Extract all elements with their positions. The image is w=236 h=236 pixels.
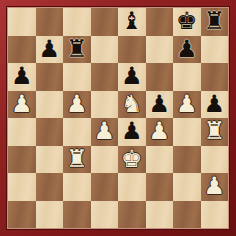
square-d6[interactable] <box>91 63 119 91</box>
piece-white-pawn-d4[interactable]: ♟ <box>93 118 115 145</box>
square-f7[interactable] <box>146 36 174 64</box>
square-h6[interactable] <box>201 63 229 91</box>
piece-white-pawn-f4[interactable]: ♟ <box>148 118 170 145</box>
square-h3[interactable] <box>201 146 229 174</box>
square-d5[interactable] <box>91 91 119 119</box>
square-g2[interactable] <box>173 173 201 201</box>
piece-black-bishop-e8[interactable]: ♝ <box>121 8 143 35</box>
square-e6[interactable]: ♟ <box>118 63 146 91</box>
piece-white-pawn-a5[interactable]: ♟ <box>11 91 33 118</box>
piece-white-pawn-c5[interactable]: ♟ <box>66 91 88 118</box>
square-a4[interactable] <box>8 118 36 146</box>
square-b1[interactable] <box>36 201 64 229</box>
square-c6[interactable] <box>63 63 91 91</box>
square-c7[interactable]: ♜ <box>63 36 91 64</box>
square-e1[interactable] <box>118 201 146 229</box>
square-a5[interactable]: ♟ <box>8 91 36 119</box>
chess-board: ♝♚♜♟♜♟♟♟♟♟♞♟♟♟♟♟♟♜♜♚♟ <box>8 8 228 228</box>
piece-white-rook-h4[interactable]: ♜ <box>203 118 225 145</box>
square-b3[interactable] <box>36 146 64 174</box>
square-e2[interactable] <box>118 173 146 201</box>
square-h5[interactable]: ♟ <box>201 91 229 119</box>
square-d7[interactable] <box>91 36 119 64</box>
square-g7[interactable]: ♟ <box>173 36 201 64</box>
piece-white-knight-e5[interactable]: ♞ <box>121 91 143 118</box>
square-c8[interactable] <box>63 8 91 36</box>
piece-black-rook-c7[interactable]: ♜ <box>66 36 88 63</box>
piece-white-king-e3[interactable]: ♚ <box>121 146 143 173</box>
square-a8[interactable] <box>8 8 36 36</box>
square-b2[interactable] <box>36 173 64 201</box>
square-f4[interactable]: ♟ <box>146 118 174 146</box>
square-f5[interactable]: ♟ <box>146 91 174 119</box>
square-b6[interactable] <box>36 63 64 91</box>
piece-black-pawn-e4[interactable]: ♟ <box>121 118 143 145</box>
piece-black-pawn-a6[interactable]: ♟ <box>11 63 33 90</box>
square-h4[interactable]: ♜ <box>201 118 229 146</box>
square-b5[interactable] <box>36 91 64 119</box>
square-d4[interactable]: ♟ <box>91 118 119 146</box>
square-d2[interactable] <box>91 173 119 201</box>
square-e7[interactable] <box>118 36 146 64</box>
square-b7[interactable]: ♟ <box>36 36 64 64</box>
square-a7[interactable] <box>8 36 36 64</box>
square-a6[interactable]: ♟ <box>8 63 36 91</box>
square-d8[interactable] <box>91 8 119 36</box>
square-f3[interactable] <box>146 146 174 174</box>
square-e3[interactable]: ♚ <box>118 146 146 174</box>
square-b4[interactable] <box>36 118 64 146</box>
piece-white-pawn-g5[interactable]: ♟ <box>176 91 198 118</box>
square-d3[interactable] <box>91 146 119 174</box>
square-c4[interactable] <box>63 118 91 146</box>
square-e5[interactable]: ♞ <box>118 91 146 119</box>
square-d1[interactable] <box>91 201 119 229</box>
square-a1[interactable] <box>8 201 36 229</box>
piece-white-pawn-h2[interactable]: ♟ <box>203 173 225 200</box>
piece-black-pawn-f5[interactable]: ♟ <box>148 91 170 118</box>
piece-white-rook-c3[interactable]: ♜ <box>66 146 88 173</box>
square-c1[interactable] <box>63 201 91 229</box>
square-h2[interactable]: ♟ <box>201 173 229 201</box>
square-g8[interactable]: ♚ <box>173 8 201 36</box>
square-c3[interactable]: ♜ <box>63 146 91 174</box>
piece-black-pawn-g7[interactable]: ♟ <box>176 36 198 63</box>
square-f1[interactable] <box>146 201 174 229</box>
square-c2[interactable] <box>63 173 91 201</box>
square-e4[interactable]: ♟ <box>118 118 146 146</box>
square-b8[interactable] <box>36 8 64 36</box>
piece-black-king-g8[interactable]: ♚ <box>176 8 198 35</box>
piece-black-rook-h8[interactable]: ♜ <box>203 8 225 35</box>
board-frame: ♝♚♜♟♜♟♟♟♟♟♞♟♟♟♟♟♟♜♜♚♟ <box>0 0 236 236</box>
square-g1[interactable] <box>173 201 201 229</box>
square-a2[interactable] <box>8 173 36 201</box>
square-e8[interactable]: ♝ <box>118 8 146 36</box>
piece-black-pawn-h5[interactable]: ♟ <box>203 91 225 118</box>
square-c5[interactable]: ♟ <box>63 91 91 119</box>
square-g6[interactable] <box>173 63 201 91</box>
square-a3[interactable] <box>8 146 36 174</box>
piece-black-pawn-e6[interactable]: ♟ <box>121 63 143 90</box>
square-f2[interactable] <box>146 173 174 201</box>
square-f6[interactable] <box>146 63 174 91</box>
square-h1[interactable] <box>201 201 229 229</box>
square-g5[interactable]: ♟ <box>173 91 201 119</box>
square-g4[interactable] <box>173 118 201 146</box>
piece-black-pawn-b7[interactable]: ♟ <box>38 36 60 63</box>
square-f8[interactable] <box>146 8 174 36</box>
square-h8[interactable]: ♜ <box>201 8 229 36</box>
square-g3[interactable] <box>173 146 201 174</box>
square-h7[interactable] <box>201 36 229 64</box>
